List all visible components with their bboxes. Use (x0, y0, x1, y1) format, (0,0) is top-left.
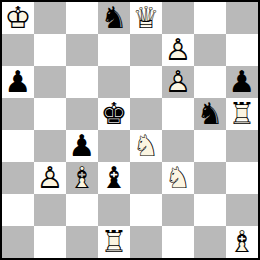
square-e1[interactable] (130, 226, 162, 258)
white-pawn-glyph: ♙ (165, 64, 192, 99)
square-c3[interactable]: ♝♗ (66, 162, 98, 194)
black-knight-glyph: ♞ (197, 96, 224, 131)
square-d6[interactable] (98, 66, 130, 98)
square-e6[interactable] (130, 66, 162, 98)
square-a8[interactable]: ♚♔ (2, 2, 34, 34)
white-knight: ♞♘ (133, 130, 160, 162)
square-g4[interactable] (194, 130, 226, 162)
square-c2[interactable] (66, 194, 98, 226)
square-d2[interactable] (98, 194, 130, 226)
white-pawn-glyph: ♙ (165, 32, 192, 67)
black-pawn-glyph: ♟ (5, 64, 32, 99)
black-king: ♚ (101, 98, 128, 130)
square-g2[interactable] (194, 194, 226, 226)
black-bishop-glyph: ♝ (101, 160, 128, 195)
black-pawn: ♟ (69, 130, 96, 162)
square-g3[interactable] (194, 162, 226, 194)
square-h6[interactable]: ♟ (226, 66, 258, 98)
black-bishop: ♝ (101, 162, 128, 194)
square-f3[interactable]: ♞♘ (162, 162, 194, 194)
square-c6[interactable] (66, 66, 98, 98)
square-e8[interactable]: ♛♕ (130, 2, 162, 34)
square-c8[interactable] (66, 2, 98, 34)
square-b2[interactable] (34, 194, 66, 226)
white-king: ♚♔ (5, 2, 32, 34)
square-c7[interactable] (66, 34, 98, 66)
white-pawn: ♟♙ (165, 66, 192, 98)
square-e2[interactable] (130, 194, 162, 226)
square-c1[interactable] (66, 226, 98, 258)
square-g6[interactable] (194, 66, 226, 98)
square-f4[interactable] (162, 130, 194, 162)
square-g7[interactable] (194, 34, 226, 66)
white-rook-glyph: ♖ (229, 96, 256, 131)
white-pawn-glyph: ♙ (37, 160, 64, 195)
square-c5[interactable] (66, 98, 98, 130)
white-rook: ♜♖ (101, 226, 128, 258)
square-a1[interactable] (2, 226, 34, 258)
square-d5[interactable]: ♚ (98, 98, 130, 130)
square-a3[interactable] (2, 162, 34, 194)
black-pawn-glyph: ♟ (69, 128, 96, 163)
square-f6[interactable]: ♟♙ (162, 66, 194, 98)
square-e7[interactable] (130, 34, 162, 66)
white-king-glyph: ♔ (5, 0, 32, 35)
white-bishop: ♝♗ (229, 226, 256, 258)
square-b1[interactable] (34, 226, 66, 258)
square-e5[interactable] (130, 98, 162, 130)
square-d8[interactable]: ♞ (98, 2, 130, 34)
square-h8[interactable] (226, 2, 258, 34)
square-a7[interactable] (2, 34, 34, 66)
white-knight: ♞♘ (165, 162, 192, 194)
white-queen: ♛♕ (133, 2, 160, 34)
square-c4[interactable]: ♟ (66, 130, 98, 162)
square-b5[interactable] (34, 98, 66, 130)
white-rook-glyph: ♖ (101, 224, 128, 259)
black-pawn: ♟ (5, 66, 32, 98)
black-pawn: ♟ (229, 66, 256, 98)
square-f2[interactable] (162, 194, 194, 226)
square-h3[interactable] (226, 162, 258, 194)
black-knight-glyph: ♞ (101, 0, 128, 35)
square-a6[interactable]: ♟ (2, 66, 34, 98)
white-knight-glyph: ♘ (165, 160, 192, 195)
black-pawn-glyph: ♟ (229, 64, 256, 99)
square-e3[interactable] (130, 162, 162, 194)
square-h4[interactable] (226, 130, 258, 162)
square-h2[interactable] (226, 194, 258, 226)
square-a5[interactable] (2, 98, 34, 130)
white-knight-glyph: ♘ (133, 128, 160, 163)
chess-board: ♚♔♞♛♕♟♙♟♟♙♟♚♞♜♖♟♞♘♟♙♝♗♝♞♘♜♖♝♗ (0, 0, 260, 260)
square-g8[interactable] (194, 2, 226, 34)
white-pawn: ♟♙ (165, 34, 192, 66)
white-bishop: ♝♗ (69, 162, 96, 194)
square-g5[interactable]: ♞ (194, 98, 226, 130)
black-knight: ♞ (101, 2, 128, 34)
square-h5[interactable]: ♜♖ (226, 98, 258, 130)
square-f5[interactable] (162, 98, 194, 130)
square-f1[interactable] (162, 226, 194, 258)
square-a2[interactable] (2, 194, 34, 226)
square-d7[interactable] (98, 34, 130, 66)
white-bishop-glyph: ♗ (69, 160, 96, 195)
square-b4[interactable] (34, 130, 66, 162)
square-e4[interactable]: ♞♘ (130, 130, 162, 162)
square-b7[interactable] (34, 34, 66, 66)
square-d1[interactable]: ♜♖ (98, 226, 130, 258)
black-knight: ♞ (197, 98, 224, 130)
white-pawn: ♟♙ (37, 162, 64, 194)
square-a4[interactable] (2, 130, 34, 162)
square-b8[interactable] (34, 2, 66, 34)
white-queen-glyph: ♕ (133, 0, 160, 35)
square-d4[interactable] (98, 130, 130, 162)
white-rook: ♜♖ (229, 98, 256, 130)
square-b3[interactable]: ♟♙ (34, 162, 66, 194)
white-bishop-glyph: ♗ (229, 224, 256, 259)
square-f8[interactable] (162, 2, 194, 34)
square-h7[interactable] (226, 34, 258, 66)
square-b6[interactable] (34, 66, 66, 98)
square-d3[interactable]: ♝ (98, 162, 130, 194)
square-f7[interactable]: ♟♙ (162, 34, 194, 66)
square-g1[interactable] (194, 226, 226, 258)
black-king-glyph: ♚ (101, 96, 128, 131)
square-h1[interactable]: ♝♗ (226, 226, 258, 258)
